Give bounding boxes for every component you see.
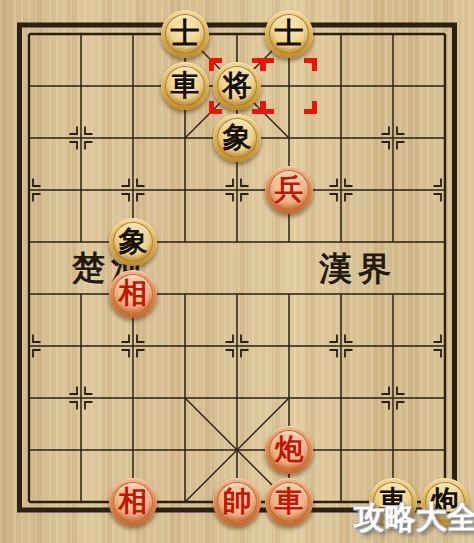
piece-red-ju[interactable]: 車	[265, 478, 313, 526]
piece-red-xiang[interactable]: 相	[109, 270, 157, 318]
move-highlight-bracket	[261, 58, 317, 114]
piece-glyph-bing: 兵	[275, 175, 304, 204]
xiangqi-board: 楚河 漢界 士士車将象兵象相炮相帥車車炮 攻略大全	[0, 0, 474, 543]
piece-glyph-shi: 士	[275, 19, 304, 48]
piece-black-xiang[interactable]: 象	[213, 114, 261, 162]
piece-face: 士	[165, 14, 205, 54]
river-label-han: 漢界	[319, 247, 397, 292]
piece-black-shi[interactable]: 士	[161, 10, 209, 58]
piece-glyph-xiang: 象	[119, 227, 148, 256]
piece-face: 将	[217, 66, 257, 106]
piece-face: 象	[217, 118, 257, 158]
piece-red-pao[interactable]: 炮	[265, 426, 313, 474]
piece-glyph-ju: 車	[171, 71, 200, 100]
piece-red-bing[interactable]: 兵	[265, 166, 313, 214]
piece-glyph-shi: 士	[171, 19, 200, 48]
piece-face: 士	[269, 14, 309, 54]
piece-face: 炮	[269, 430, 309, 470]
piece-face: 相	[113, 274, 153, 314]
piece-glyph-xiang: 象	[223, 123, 252, 152]
piece-black-ju[interactable]: 車	[161, 62, 209, 110]
watermark: 攻略大全	[354, 497, 474, 539]
piece-glyph-shuai: 帥	[223, 487, 252, 516]
piece-face: 象	[113, 222, 153, 262]
piece-glyph-pao: 炮	[275, 435, 304, 464]
piece-face: 帥	[217, 482, 257, 522]
piece-glyph-jiang: 将	[223, 71, 252, 100]
piece-glyph-xiang: 相	[119, 279, 148, 308]
piece-red-shuai[interactable]: 帥	[213, 478, 261, 526]
piece-glyph-xiang: 相	[119, 487, 148, 516]
piece-glyph-ju: 車	[275, 487, 304, 516]
piece-face: 相	[113, 482, 153, 522]
piece-face: 車	[269, 482, 309, 522]
piece-face: 車	[165, 66, 205, 106]
piece-face: 兵	[269, 170, 309, 210]
piece-black-jiang[interactable]: 将	[213, 62, 261, 110]
piece-black-shi[interactable]: 士	[265, 10, 313, 58]
piece-black-xiang[interactable]: 象	[109, 218, 157, 266]
piece-red-xiang[interactable]: 相	[109, 478, 157, 526]
